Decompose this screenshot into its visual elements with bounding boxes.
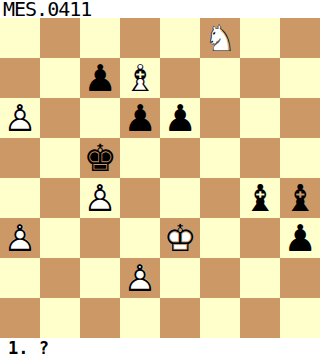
square-c8[interactable]: [80, 18, 120, 58]
square-f1[interactable]: [200, 298, 240, 338]
white-pawn: ♙: [80, 178, 120, 218]
white-bishop: ♗: [120, 58, 160, 98]
white-king-fill: ♚: [160, 218, 200, 258]
square-b1[interactable]: [40, 298, 80, 338]
white-bishop-fill: ♝: [120, 58, 160, 98]
square-h7[interactable]: [280, 58, 320, 98]
square-h8[interactable]: [280, 18, 320, 58]
white-pawn-fill: ♟: [0, 98, 40, 138]
square-c7[interactable]: ♟: [80, 58, 120, 98]
square-g4[interactable]: ♝: [240, 178, 280, 218]
square-d8[interactable]: [120, 18, 160, 58]
white-pawn-fill: ♟: [80, 178, 120, 218]
square-c3[interactable]: [80, 218, 120, 258]
square-e6[interactable]: ♟: [160, 98, 200, 138]
chess-diagram-page: MES.0411 ♞♘♟♝♗♟♙♟♟♚♟♙♝♝♟♙♚♔♟♟♙ 1. ?: [0, 0, 320, 360]
square-d5[interactable]: [120, 138, 160, 178]
square-g2[interactable]: [240, 258, 280, 298]
square-a3[interactable]: ♟♙: [0, 218, 40, 258]
square-h6[interactable]: [280, 98, 320, 138]
square-e3[interactable]: ♚♔: [160, 218, 200, 258]
square-b6[interactable]: [40, 98, 80, 138]
square-c5[interactable]: ♚: [80, 138, 120, 178]
square-d3[interactable]: [120, 218, 160, 258]
black-pawn: ♟: [80, 58, 120, 98]
square-a4[interactable]: [0, 178, 40, 218]
square-h3[interactable]: ♟: [280, 218, 320, 258]
white-pawn: ♙: [0, 98, 40, 138]
white-pawn-fill: ♟: [0, 218, 40, 258]
square-a6[interactable]: ♟♙: [0, 98, 40, 138]
black-king: ♚: [80, 138, 120, 178]
square-h1[interactable]: [280, 298, 320, 338]
square-f2[interactable]: [200, 258, 240, 298]
square-f8[interactable]: ♞♘: [200, 18, 240, 58]
square-g5[interactable]: [240, 138, 280, 178]
square-a2[interactable]: [0, 258, 40, 298]
square-d6[interactable]: ♟: [120, 98, 160, 138]
square-g8[interactable]: [240, 18, 280, 58]
square-b3[interactable]: [40, 218, 80, 258]
chess-board: ♞♘♟♝♗♟♙♟♟♚♟♙♝♝♟♙♚♔♟♟♙: [0, 18, 320, 338]
black-pawn: ♟: [160, 98, 200, 138]
square-b5[interactable]: [40, 138, 80, 178]
square-e2[interactable]: [160, 258, 200, 298]
square-f3[interactable]: [200, 218, 240, 258]
square-a1[interactable]: [0, 298, 40, 338]
square-c1[interactable]: [80, 298, 120, 338]
square-e1[interactable]: [160, 298, 200, 338]
square-c4[interactable]: ♟♙: [80, 178, 120, 218]
black-pawn: ♟: [280, 218, 320, 258]
white-king: ♔: [160, 218, 200, 258]
square-h5[interactable]: [280, 138, 320, 178]
square-e8[interactable]: [160, 18, 200, 58]
square-b8[interactable]: [40, 18, 80, 58]
square-e7[interactable]: [160, 58, 200, 98]
square-a8[interactable]: [0, 18, 40, 58]
black-bishop: ♝: [280, 178, 320, 218]
square-a7[interactable]: [0, 58, 40, 98]
square-d7[interactable]: ♝♗: [120, 58, 160, 98]
square-d2[interactable]: ♟♙: [120, 258, 160, 298]
white-pawn-fill: ♟: [120, 258, 160, 298]
square-g7[interactable]: [240, 58, 280, 98]
square-e5[interactable]: [160, 138, 200, 178]
square-f7[interactable]: [200, 58, 240, 98]
square-g3[interactable]: [240, 218, 280, 258]
square-h2[interactable]: [280, 258, 320, 298]
square-g1[interactable]: [240, 298, 280, 338]
square-c6[interactable]: [80, 98, 120, 138]
white-pawn: ♙: [0, 218, 40, 258]
black-bishop: ♝: [240, 178, 280, 218]
white-knight: ♘: [200, 18, 240, 58]
white-pawn: ♙: [120, 258, 160, 298]
square-d4[interactable]: [120, 178, 160, 218]
square-b2[interactable]: [40, 258, 80, 298]
diagram-title: MES.0411: [0, 0, 320, 18]
square-h4[interactable]: ♝: [280, 178, 320, 218]
square-f5[interactable]: [200, 138, 240, 178]
square-b4[interactable]: [40, 178, 80, 218]
move-prompt: 1. ?: [0, 338, 320, 360]
square-e4[interactable]: [160, 178, 200, 218]
square-b7[interactable]: [40, 58, 80, 98]
square-f6[interactable]: [200, 98, 240, 138]
white-knight-fill: ♞: [200, 18, 240, 58]
square-a5[interactable]: [0, 138, 40, 178]
square-d1[interactable]: [120, 298, 160, 338]
black-pawn: ♟: [120, 98, 160, 138]
square-g6[interactable]: [240, 98, 280, 138]
square-f4[interactable]: [200, 178, 240, 218]
square-c2[interactable]: [80, 258, 120, 298]
